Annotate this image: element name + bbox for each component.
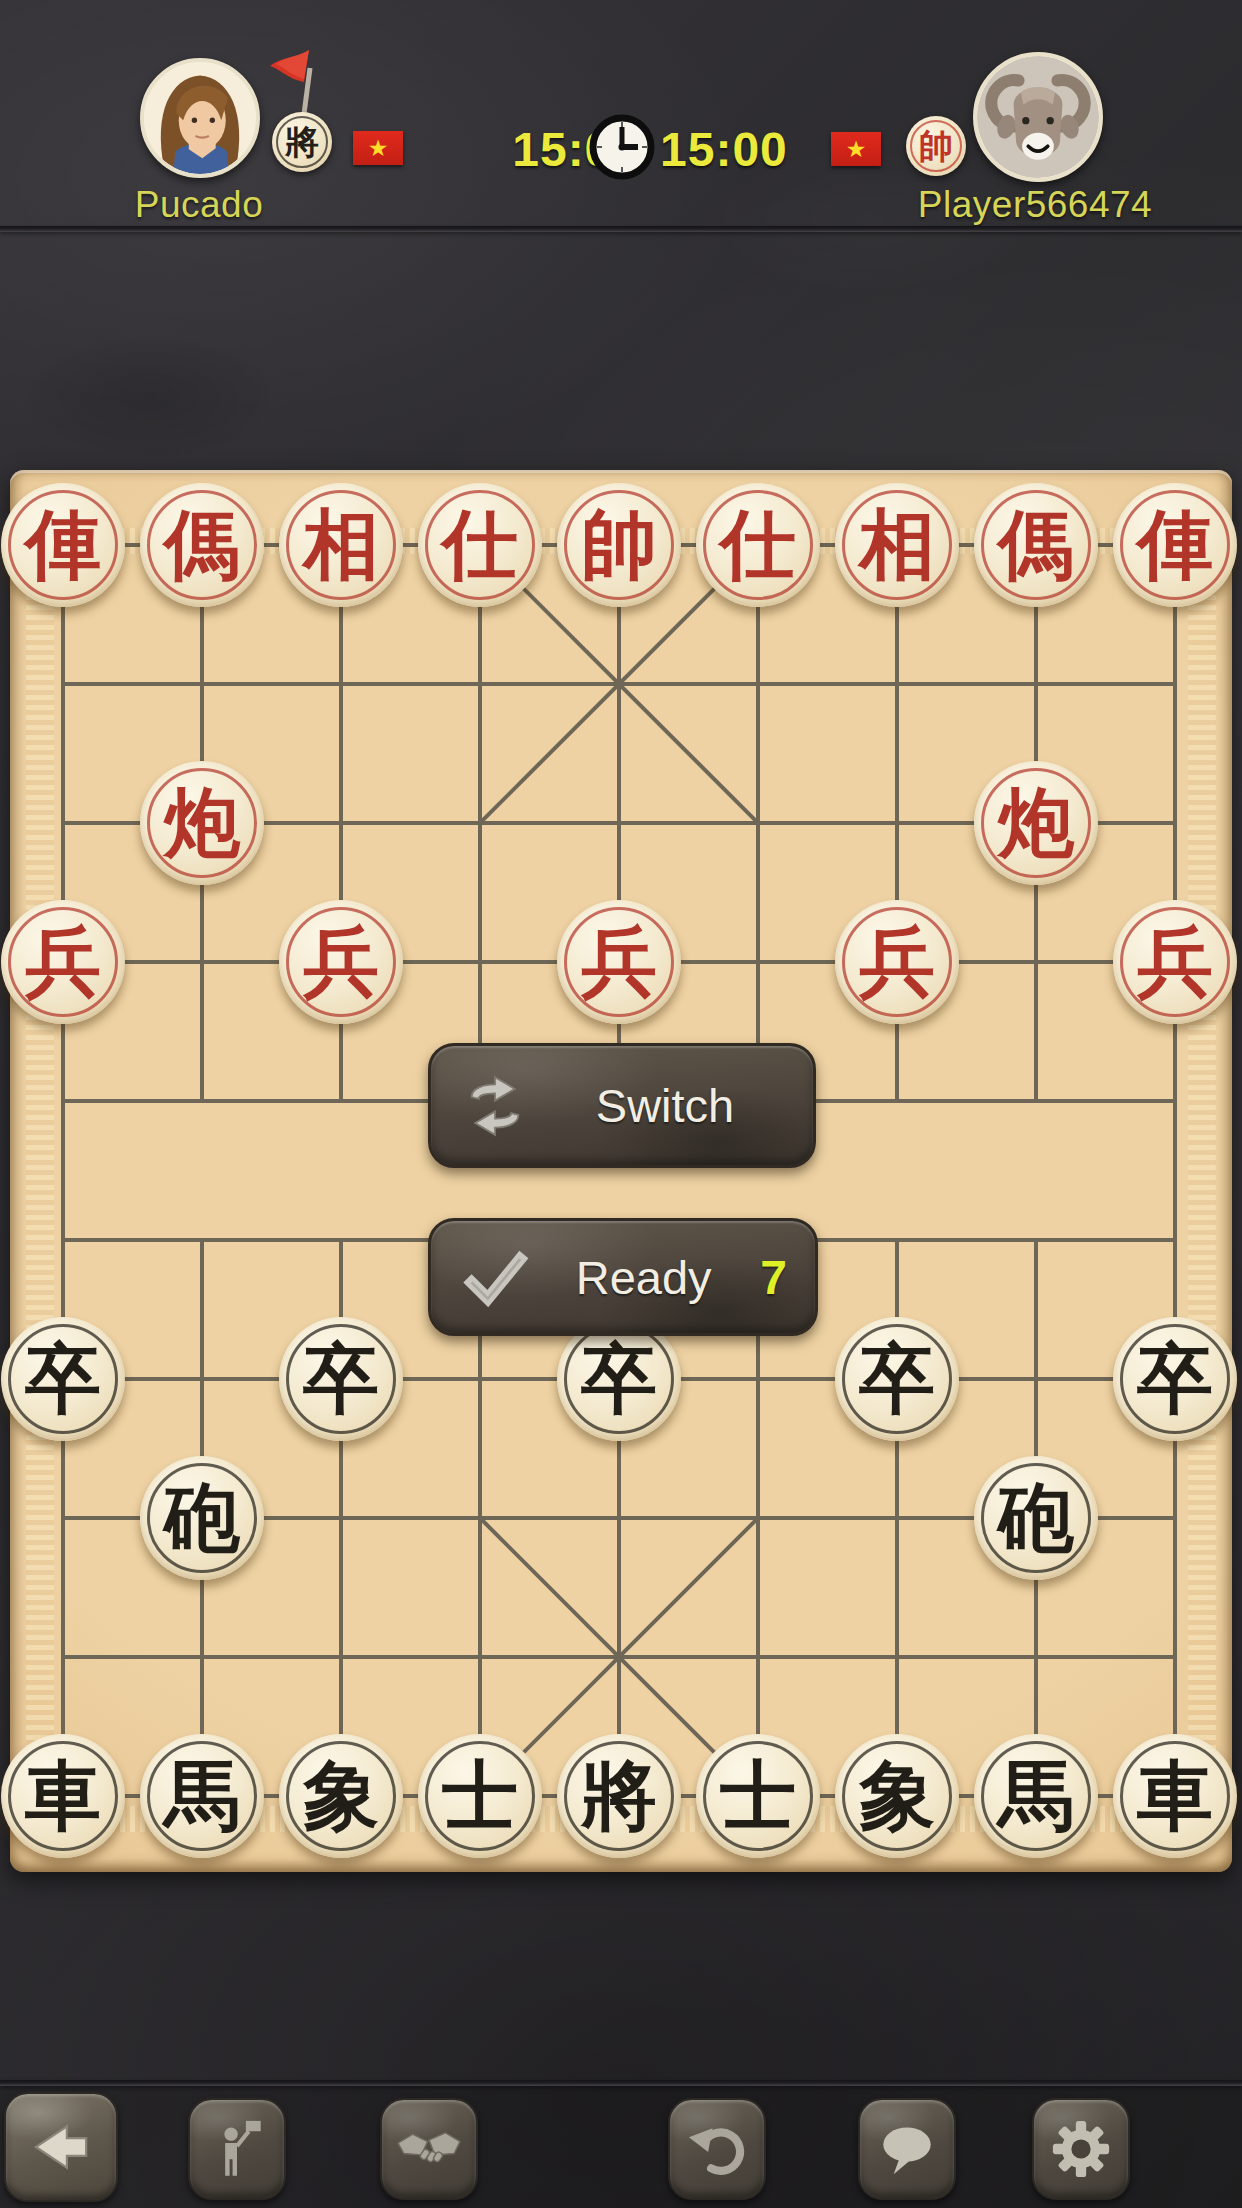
red-piece-帥[interactable]: 帥 xyxy=(557,483,681,607)
right-player-avatar[interactable] xyxy=(973,52,1103,182)
ram-avatar xyxy=(977,56,1099,178)
black-piece-將[interactable]: 將 xyxy=(557,1734,681,1858)
red-piece-炮[interactable]: 炮 xyxy=(140,761,264,885)
xiangqi-board[interactable]: 俥傌相仕帥仕相傌俥炮炮兵兵兵兵兵卒卒卒卒卒砲砲車馬象士將士象馬車 xyxy=(10,470,1232,1872)
gear-icon xyxy=(1044,2112,1118,2186)
black-piece-士[interactable]: 士 xyxy=(696,1734,820,1858)
red-piece-相[interactable]: 相 xyxy=(835,483,959,607)
red-piece-兵[interactable]: 兵 xyxy=(1,900,125,1024)
chat-bubble-icon xyxy=(870,2112,944,2186)
black-piece-卒[interactable]: 卒 xyxy=(1,1317,125,1441)
black-piece-砲[interactable]: 砲 xyxy=(140,1456,264,1580)
back-arrow-icon xyxy=(24,2110,98,2184)
girl-avatar xyxy=(144,62,256,174)
switch-label: Switch xyxy=(517,1078,813,1133)
red-piece-兵[interactable]: 兵 xyxy=(1113,900,1237,1024)
red-piece-兵[interactable]: 兵 xyxy=(557,900,681,1024)
settings-button[interactable] xyxy=(1032,2098,1130,2200)
red-piece-兵[interactable]: 兵 xyxy=(279,900,403,1024)
draw-offer-button[interactable] xyxy=(380,2098,478,2200)
left-player-avatar[interactable] xyxy=(140,58,260,178)
flag-star: ★ xyxy=(846,138,867,161)
red-piece-仕[interactable]: 仕 xyxy=(696,483,820,607)
red-piece-仕[interactable]: 仕 xyxy=(418,483,542,607)
back-button[interactable] xyxy=(4,2092,118,2202)
red-piece-傌[interactable]: 傌 xyxy=(140,483,264,607)
clock-icon xyxy=(589,114,655,180)
right-side-piece-badge: 帥 xyxy=(906,116,966,176)
right-timer: 15:00 xyxy=(660,122,860,177)
turn-flag-icon xyxy=(260,44,344,122)
red-piece-俥[interactable]: 俥 xyxy=(1113,483,1237,607)
red-piece-傌[interactable]: 傌 xyxy=(974,483,1098,607)
ready-countdown: 7 xyxy=(760,1250,787,1305)
right-country-flag-icon: ★ xyxy=(831,132,881,166)
game-screen: 將 ★ Pucado 15:00 15:00 ★ 帥 xyxy=(0,0,1242,2208)
black-piece-馬[interactable]: 馬 xyxy=(974,1734,1098,1858)
ready-button[interactable]: Ready 7 xyxy=(428,1218,818,1336)
undo-button[interactable] xyxy=(668,2098,766,2200)
black-piece-馬[interactable]: 馬 xyxy=(140,1734,264,1858)
left-side-piece-badge: 將 xyxy=(272,112,332,172)
red-piece-相[interactable]: 相 xyxy=(279,483,403,607)
black-piece-卒[interactable]: 卒 xyxy=(835,1317,959,1441)
board-grid xyxy=(10,470,1232,1872)
black-piece-卒[interactable]: 卒 xyxy=(279,1317,403,1441)
handshake-icon xyxy=(392,2112,466,2186)
red-piece-炮[interactable]: 炮 xyxy=(974,761,1098,885)
black-piece-象[interactable]: 象 xyxy=(835,1734,959,1858)
black-piece-卒[interactable]: 卒 xyxy=(1113,1317,1237,1441)
resign-button[interactable] xyxy=(188,2098,286,2200)
ready-label: Ready xyxy=(527,1250,760,1305)
red-piece-兵[interactable]: 兵 xyxy=(835,900,959,1024)
left-country-flag-icon: ★ xyxy=(353,131,403,165)
black-piece-車[interactable]: 車 xyxy=(1,1734,125,1858)
switch-button[interactable]: Switch xyxy=(428,1043,816,1168)
chat-button[interactable] xyxy=(858,2098,956,2200)
left-player-name: Pucado xyxy=(0,184,399,226)
red-piece-俥[interactable]: 俥 xyxy=(1,483,125,607)
header-divider xyxy=(0,226,1242,232)
black-piece-士[interactable]: 士 xyxy=(418,1734,542,1858)
flag-star: ★ xyxy=(368,137,389,160)
right-player-name: Player566474 xyxy=(835,184,1235,226)
check-icon xyxy=(459,1241,531,1313)
undo-arrow-icon xyxy=(680,2112,754,2186)
black-piece-砲[interactable]: 砲 xyxy=(974,1456,1098,1580)
black-piece-車[interactable]: 車 xyxy=(1113,1734,1237,1858)
person-raising-flag-icon xyxy=(200,2112,274,2186)
black-piece-象[interactable]: 象 xyxy=(279,1734,403,1858)
